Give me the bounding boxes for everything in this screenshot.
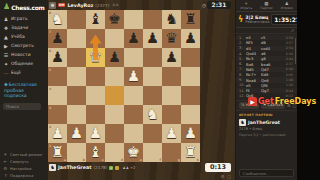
footer-label: Поддержка (10, 173, 33, 178)
square-d4[interactable] (105, 86, 124, 105)
playing-now-label: ИГРАЕТ ПАРТИЮ (239, 113, 294, 117)
white-move[interactable]: Nf3 (246, 40, 259, 45)
board-column: ♚ GM LevAyRoz (2377) ♙♙ ◷ 2:31 8♞♝♚♞♜7♟♟… (48, 0, 235, 180)
square-f7[interactable]: ♟ (143, 29, 162, 48)
rank-label: 3 (49, 106, 51, 110)
panel-tab-партии[interactable]: ▦Партии (256, 0, 276, 11)
black-move[interactable]: Qd7 (261, 67, 274, 72)
sidebar-item-новости[interactable]: ☰Новости (3, 50, 48, 59)
footer-icon: ⇤ (3, 159, 8, 164)
black-pawn: ♟ (124, 29, 143, 48)
square-a1[interactable]: 1a♜ (48, 143, 67, 162)
black-move[interactable]: bxa6 (261, 62, 274, 67)
move-time: 2:59 (286, 36, 293, 40)
file-label: a (64, 158, 66, 162)
file-label: h (197, 158, 199, 162)
sidebar-item-label: Задачи (11, 25, 28, 30)
top-player-name[interactable]: LevAyRoz (67, 3, 93, 8)
file-label: g (178, 158, 180, 162)
rank-label: 5 (49, 68, 51, 72)
black-pawn: ♟ (48, 29, 67, 48)
white-rook: ♜ (48, 143, 67, 162)
chess-board: 8♞♝♚♞♜7♟♟♟♛♟6♟♛♟♟5♟43♞2♟♟♟♟♟1a♜bc♝de♚fgh… (48, 10, 200, 162)
white-pawn: ♟ (86, 124, 105, 143)
square-e5[interactable]: ♟ (124, 67, 143, 86)
white-king: ♚ (124, 143, 143, 162)
move-number: 2. (239, 41, 244, 45)
sidebar-footer: ☀Светлый режим⇤Свернуть⚙Настройки?Поддер… (3, 151, 48, 179)
sidebar-item-задачи[interactable]: ❖Задачи (3, 23, 48, 32)
square-a4[interactable]: 4 (48, 86, 67, 105)
square-e3[interactable] (124, 105, 143, 124)
square-c4[interactable] (86, 86, 105, 105)
sidebar-item-label: Смотреть (11, 43, 34, 48)
black-move[interactable]: Kd8 (261, 72, 274, 77)
move-time: 2:50 (286, 52, 293, 56)
white-move[interactable]: Ba6 (246, 62, 259, 67)
focus-mode-icon[interactable]: ▢ (227, 174, 231, 179)
black-move[interactable]: a6 (261, 51, 274, 56)
bottom-player-rating: (2178) (93, 165, 107, 170)
move-time: 1:20 (286, 83, 293, 87)
black-pawn: ♟ (181, 29, 200, 48)
square-f8[interactable] (143, 10, 162, 29)
watermark-freedays-text: FreeDays (275, 97, 317, 106)
sidebar-item-label: Ещё (11, 70, 21, 75)
square-d3[interactable] (105, 105, 124, 124)
sidebar-icon: ✦ (3, 61, 9, 67)
rank-label: 7 (49, 30, 51, 34)
screen-black-strip (297, 0, 320, 180)
pawn-logo-icon: ♟ (3, 3, 10, 11)
bottom-player-name[interactable]: JanTheGreat (58, 165, 91, 170)
square-b8[interactable] (67, 10, 86, 29)
top-player-bar: ♚ GM LevAyRoz (2377) ♙♙ ◷ 2:31 (48, 0, 235, 10)
chesscom-logo[interactable]: ♟ Chess.com (3, 2, 48, 12)
white-move[interactable]: Nc7+ (246, 72, 259, 77)
black-pawn: ♟ (162, 48, 181, 67)
square-e1[interactable]: e♚ (124, 143, 143, 162)
black-move[interactable]: Qg7 (261, 88, 274, 93)
white-pawn: ♟ (48, 124, 67, 143)
square-e4[interactable] (124, 86, 143, 105)
square-b3[interactable] (67, 105, 86, 124)
sidebar-icon: ▶ (3, 43, 9, 49)
rated-label: Рейтинговая (245, 20, 269, 25)
square-a5[interactable]: 5 (48, 67, 67, 86)
white-knight: ♞ (143, 105, 162, 124)
square-b4[interactable] (67, 86, 86, 105)
bottom-clock-time: 0:13 (205, 163, 231, 172)
move-time: 2:44 (286, 57, 293, 61)
move-number: 7. (239, 67, 244, 71)
black-queen: ♛ (162, 29, 181, 48)
rank-label: 1 (49, 144, 51, 148)
square-g2[interactable]: ♟ (162, 124, 181, 143)
free-trial-label: Бесплатная пробная подписка (4, 82, 37, 98)
game-info-row: ϟ 3|2 Блиц Рейтинговая 1:35:27 (236, 12, 297, 28)
square-a2[interactable]: 2♟ (48, 124, 67, 143)
square-c3[interactable] (86, 105, 105, 124)
top-player-rating: (2377) (95, 3, 109, 8)
sidebar-item-label: Новости (11, 52, 31, 57)
panel-tab-игроки[interactable]: ♟Игроки (277, 0, 297, 11)
sidebar-item-label: Общение (11, 61, 33, 66)
square-b7[interactable] (67, 29, 86, 48)
getfreedays-watermark: ▶ Get FreeDays (248, 97, 316, 106)
white-pawn: ♟ (124, 67, 143, 86)
sidebar-icon: ⋯ (3, 70, 9, 76)
square-h2[interactable]: ♟ (181, 124, 200, 143)
square-c6[interactable]: ♛ (86, 48, 105, 67)
panel-tabs: +Играть▦Партии♟Игроки (236, 0, 297, 12)
square-b1[interactable]: b (67, 143, 86, 162)
square-d7[interactable] (105, 29, 124, 48)
move-number: 1. (239, 36, 244, 40)
move-list-scrollbar[interactable] (295, 38, 297, 64)
square-h3[interactable] (181, 105, 200, 124)
square-g3[interactable] (162, 105, 181, 124)
square-h4[interactable] (181, 86, 200, 105)
move-number: 6. (239, 62, 244, 66)
file-label: b (83, 158, 85, 162)
tab-label: Игроки (281, 6, 293, 10)
square-d2[interactable] (105, 124, 124, 143)
square-d5[interactable] (105, 67, 124, 86)
white-move[interactable]: e5 (246, 83, 259, 88)
white-knight: ♞ (48, 10, 67, 29)
game-panel: +Играть▦Партии♟Игроки ϟ 3|2 Блиц Рейтинг… (235, 0, 297, 180)
tab-label: Партии (260, 6, 272, 10)
sidebar-icon: ❖ (3, 25, 9, 31)
card-game-line: Партия 3|2 • рейтинговая (239, 133, 294, 137)
black-bishop: ♝ (86, 10, 105, 29)
square-g5[interactable] (162, 67, 181, 86)
square-c1[interactable]: c♝ (86, 143, 105, 162)
top-clock-time: 2:31 (207, 1, 231, 9)
black-move[interactable]: Qf8 (261, 83, 274, 88)
black-pawn: ♟ (105, 48, 124, 67)
square-c5[interactable] (86, 67, 105, 86)
bottom-player-captured-pieces: ♟♟ +2 (122, 166, 135, 170)
white-rook: ♜ (181, 143, 200, 162)
square-a3[interactable]: 3 (48, 105, 67, 124)
move-time: 2:37 (286, 62, 293, 66)
sidebar-item-смотреть[interactable]: ▶Смотреть (3, 41, 48, 50)
sidebar-nav: ♟Играть❖Задачи▲Учёба▶Смотреть☰Новости✦Об… (3, 14, 48, 77)
bottom-clock: 0:13 (205, 163, 231, 172)
black-move[interactable]: c5 (261, 35, 274, 40)
watermark-play-badge: ▶ (248, 97, 257, 106)
black-rook: ♜ (181, 10, 200, 29)
clock-icon: ◷ (202, 3, 206, 8)
sidebar-item-label: Учёба (11, 34, 25, 39)
square-a8[interactable]: 8♞ (48, 10, 67, 29)
square-c7[interactable] (86, 29, 105, 48)
sidebar-item-label: Играть (11, 16, 28, 21)
square-h6[interactable] (181, 48, 200, 67)
board-settings-row: ⚙ ▢ (221, 174, 231, 179)
move-number: 5. (239, 57, 244, 61)
blitz-lightning-icon: ϟ (238, 15, 243, 25)
black-knight: ♞ (162, 10, 181, 29)
rank-label: 8 (49, 11, 51, 15)
sidebar: ♟ Chess.com ♟Играть❖Задачи▲Учёба▶Смотрет… (0, 0, 48, 180)
square-g4[interactable] (162, 86, 181, 105)
move-time: 2:05 (286, 73, 293, 77)
sidebar-icon: ♟ (3, 16, 9, 22)
card-player-rating: 2178 • Блиц (239, 127, 294, 131)
black-pawn: ♟ (143, 29, 162, 48)
square-h8[interactable]: ♜ (181, 10, 200, 29)
watermark-get-text: Get (258, 97, 274, 106)
white-pawn: ♟ (162, 124, 181, 143)
sidebar-item-ещё[interactable]: ⋯Ещё (3, 68, 48, 77)
move-time: 0:44 (286, 89, 293, 93)
sidebar-footer-item[interactable]: ☀Светлый режим (3, 151, 48, 157)
square-g7[interactable]: ♛ (162, 29, 181, 48)
white-move[interactable]: e4 (246, 35, 259, 40)
free-trial-link[interactable]: ◈Бесплатная пробная подписка (4, 81, 44, 99)
square-g8[interactable]: ♞ (162, 10, 181, 29)
square-e6[interactable] (124, 48, 143, 67)
move-time: 1:48 (286, 78, 293, 82)
top-player-avatar[interactable]: ♚ (49, 2, 56, 9)
sidebar-item-играть[interactable]: ♟Играть (3, 14, 48, 23)
sidebar-item-общение[interactable]: ✦Общение (3, 59, 48, 68)
white-pawn: ♟ (67, 124, 86, 143)
square-b2[interactable]: ♟ (67, 124, 86, 143)
top-player-title-badge: GM (58, 3, 65, 8)
online-badge: ✓ (109, 166, 113, 170)
square-f2[interactable] (143, 124, 162, 143)
file-label: d (121, 158, 123, 162)
white-pawn: ♟ (181, 124, 200, 143)
sidebar-footer-item[interactable]: ⇤Свернуть (3, 158, 48, 164)
square-g6[interactable]: ♟ (162, 48, 181, 67)
square-g1[interactable]: g (162, 143, 181, 162)
square-d8[interactable]: ♚ (105, 10, 124, 29)
move-time: 2:57 (286, 41, 293, 45)
file-label: f (160, 158, 161, 162)
square-b5[interactable] (67, 67, 86, 86)
top-player-captured-pieces: ♙♙ (112, 3, 118, 7)
square-c8[interactable]: ♝ (86, 10, 105, 29)
move-number: 8. (239, 73, 244, 77)
rank-label: 4 (49, 87, 51, 91)
square-f6[interactable] (143, 48, 162, 67)
footer-label: Свернуть (10, 159, 29, 164)
black-move[interactable]: cxd4 (261, 46, 274, 51)
white-move[interactable]: Nc3 (246, 56, 259, 61)
square-h1[interactable]: h♜ (181, 143, 200, 162)
move-time: 2:20 (286, 67, 293, 71)
sidebar-footer-item[interactable]: ?Поддержка (3, 172, 48, 178)
chesscom-app-window: ♟ Chess.com ♟Играть❖Задачи▲Учёба▶Смотрет… (0, 0, 320, 180)
square-f1[interactable]: f (143, 143, 162, 162)
streak-badge (115, 166, 119, 170)
rank-label: 6 (49, 49, 51, 53)
square-h7[interactable]: ♟ (181, 29, 200, 48)
square-e8[interactable] (124, 10, 143, 29)
chat-input[interactable]: Сообщение... (239, 169, 294, 177)
sidebar-icon: ☰ (3, 52, 9, 58)
move-list: 1.e4c52:592.Nf3d62:573.d4cxd42:544.Qxd4a… (236, 34, 297, 100)
file-label: e (140, 158, 142, 162)
move-time: 2:54 (286, 46, 293, 50)
square-e2[interactable] (124, 124, 143, 143)
top-clock: ◷ 2:31 (202, 1, 231, 9)
footer-label: Светлый режим (10, 152, 42, 157)
tab-label: Играть (240, 6, 252, 10)
white-move[interactable]: f4 (246, 88, 259, 93)
white-bishop: ♝ (86, 143, 105, 162)
rank-label: 2 (49, 125, 51, 129)
white-move[interactable]: Nxa8 (246, 78, 259, 83)
square-b6[interactable] (67, 48, 86, 67)
move-number: 12. (239, 94, 244, 98)
share-icon[interactable]: ↗ (291, 28, 294, 33)
gem-icon: ◈ (4, 81, 8, 87)
footer-icon: ? (3, 173, 8, 178)
square-f4[interactable] (143, 86, 162, 105)
sidebar-icon: ▲ (3, 34, 9, 40)
bottom-player-avatar[interactable]: ♞ (49, 164, 56, 171)
file-label: c (102, 158, 104, 162)
black-move[interactable]: d6 (261, 40, 274, 45)
board-settings-icon[interactable]: ⚙ (221, 174, 225, 179)
footer-label: Настройки (10, 166, 31, 171)
move-number: 4. (239, 52, 244, 56)
move-number: 11. (239, 89, 244, 93)
panel-tab-играть[interactable]: +Играть (236, 0, 256, 11)
square-a6[interactable]: 6♟ (48, 48, 67, 67)
card-avatar[interactable]: ♞ (239, 119, 246, 126)
white-move[interactable]: Nd5 (246, 67, 259, 72)
sidebar-footer-item[interactable]: ⚙Настройки (3, 165, 48, 171)
black-move[interactable]: Qe8 (261, 78, 274, 83)
search-input[interactable]: Поиск (3, 103, 41, 110)
move-number: 3. (239, 46, 244, 50)
square-d6[interactable]: ♟ (105, 48, 124, 67)
player-card: ИГРАЕТ ПАРТИЮ ♞ JanTheGreat 2178 • Блиц … (236, 111, 297, 139)
black-move[interactable]: g6 (261, 56, 274, 61)
footer-icon: ⚙ (3, 166, 8, 171)
square-d1[interactable]: d (105, 143, 124, 162)
square-e7[interactable]: ♟ (124, 29, 143, 48)
square-c2[interactable]: ♟ (86, 124, 105, 143)
white-queen: ♛ (86, 48, 105, 67)
move-number: 9. (239, 78, 244, 82)
black-king: ♚ (105, 10, 124, 29)
white-move[interactable]: d4 (246, 46, 259, 51)
logo-text: Chess.com (11, 4, 44, 11)
footer-icon: ☀ (3, 152, 8, 157)
square-f3[interactable]: ♞ (143, 105, 162, 124)
square-h5[interactable] (181, 67, 200, 86)
sidebar-item-учёба[interactable]: ▲Учёба (3, 32, 48, 41)
move-number: 10. (239, 83, 244, 87)
black-pawn: ♟ (48, 48, 67, 67)
white-move[interactable]: Qxd4 (246, 51, 259, 56)
card-player-name[interactable]: JanTheGreat (248, 120, 280, 125)
bottom-player-bar: ♞ JanTheGreat (2178) ✓ ♟♟ +2 0:13 (48, 162, 235, 173)
square-f5[interactable] (143, 67, 162, 86)
square-a7[interactable]: 7♟ (48, 29, 67, 48)
